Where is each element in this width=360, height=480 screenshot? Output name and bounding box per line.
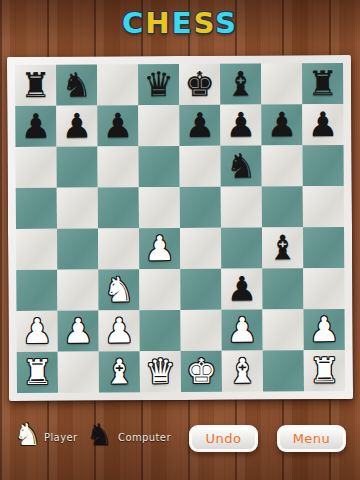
black-pawn[interactable]: ♟ [227, 271, 258, 305]
square-b4[interactable] [57, 229, 98, 270]
square-e4[interactable] [180, 228, 221, 269]
square-a6[interactable] [16, 147, 57, 188]
black-pawn[interactable]: ♟ [62, 108, 93, 142]
square-h2[interactable]: ♟ [303, 309, 344, 350]
square-g3[interactable] [262, 268, 303, 309]
square-f5[interactable] [221, 186, 262, 227]
square-f1[interactable]: ♝ [222, 350, 263, 391]
square-b5[interactable] [57, 188, 98, 229]
square-a1[interactable]: ♜ [17, 352, 58, 393]
square-e8[interactable]: ♚ [179, 64, 220, 105]
square-h7[interactable]: ♟ [302, 104, 343, 145]
square-c4[interactable] [98, 228, 139, 269]
square-g8[interactable] [261, 63, 302, 104]
square-h5[interactable] [303, 186, 344, 227]
square-h6[interactable] [302, 145, 343, 186]
black-pawn[interactable]: ♟ [267, 107, 298, 141]
white-pawn[interactable]: ♟ [227, 312, 258, 346]
square-b8[interactable]: ♞ [56, 65, 97, 106]
white-knight-icon: ♞ [14, 420, 41, 450]
square-e1[interactable]: ♚ [181, 351, 222, 392]
white-rook[interactable]: ♜ [22, 354, 53, 388]
square-c6[interactable] [98, 146, 139, 187]
square-g2[interactable] [262, 309, 303, 350]
square-h1[interactable]: ♜ [304, 350, 345, 391]
square-c5[interactable] [98, 187, 139, 228]
white-pawn[interactable]: ♟ [309, 312, 340, 346]
computer-label: Computer [118, 432, 171, 443]
title-letter: H [145, 6, 171, 40]
square-c3[interactable]: ♞ [98, 269, 139, 310]
square-g4[interactable]: ♝ [262, 227, 303, 268]
white-knight[interactable]: ♞ [104, 272, 135, 306]
square-c8[interactable] [97, 64, 138, 105]
square-f2[interactable]: ♟ [222, 309, 263, 350]
black-rook[interactable]: ♜ [20, 67, 51, 101]
square-a5[interactable] [16, 188, 57, 229]
white-pawn[interactable]: ♟ [144, 231, 175, 265]
square-d5[interactable] [139, 187, 180, 228]
black-pawn[interactable]: ♟ [308, 107, 339, 141]
app-title: CHESS [0, 6, 360, 40]
black-king[interactable]: ♚ [184, 66, 215, 100]
square-d2[interactable] [140, 310, 181, 351]
square-g6[interactable] [261, 145, 302, 186]
square-g7[interactable]: ♟ [261, 104, 302, 145]
black-queen[interactable]: ♛ [143, 67, 174, 101]
black-rook[interactable]: ♜ [307, 66, 338, 100]
player-label: Player [44, 432, 78, 443]
bottom-bar: ♞ Player ♞ Computer Undo Menu [0, 408, 360, 480]
black-knight[interactable]: ♞ [61, 67, 92, 101]
title-letter: E [172, 6, 194, 40]
square-h4[interactable] [303, 227, 344, 268]
black-pawn[interactable]: ♟ [185, 107, 216, 141]
white-king[interactable]: ♚ [186, 353, 217, 387]
square-b7[interactable]: ♟ [56, 106, 97, 147]
menu-button[interactable]: Menu [277, 425, 346, 452]
square-b1[interactable] [58, 351, 99, 392]
square-b6[interactable] [57, 147, 98, 188]
square-c7[interactable]: ♟ [97, 105, 138, 146]
square-f8[interactable]: ♝ [220, 64, 261, 105]
white-queen[interactable]: ♛ [145, 354, 176, 388]
square-a8[interactable]: ♜ [15, 65, 56, 106]
square-f6[interactable]: ♞ [220, 146, 261, 187]
black-pawn[interactable]: ♟ [103, 108, 134, 142]
square-a4[interactable] [16, 229, 57, 270]
white-bishop[interactable]: ♝ [104, 354, 135, 388]
white-pawn[interactable]: ♟ [104, 313, 135, 347]
square-d7[interactable] [138, 105, 179, 146]
white-pawn[interactable]: ♟ [63, 313, 94, 347]
square-c1[interactable]: ♝ [99, 351, 140, 392]
chess-board[interactable]: ♜♞♛♚♝♜♟♟♟♟♟♟♟♞♟♝♞♟♟♟♟♟♟♜♝♛♚♝♜ [15, 63, 345, 393]
square-e5[interactable] [180, 187, 221, 228]
black-knight[interactable]: ♞ [226, 148, 257, 182]
black-pawn[interactable]: ♟ [21, 108, 52, 142]
square-d8[interactable]: ♛ [138, 64, 179, 105]
black-bishop[interactable]: ♝ [225, 66, 256, 100]
title-letter: C [122, 6, 145, 40]
square-e7[interactable]: ♟ [179, 105, 220, 146]
title-letter: S [215, 6, 238, 40]
square-h3[interactable] [303, 268, 344, 309]
title-letter: S [193, 6, 215, 40]
square-a3[interactable] [16, 270, 57, 311]
square-a7[interactable]: ♟ [15, 106, 56, 147]
paper-sheet: ♜♞♛♚♝♜♟♟♟♟♟♟♟♞♟♝♞♟♟♟♟♟♟♜♝♛♚♝♜ [7, 55, 353, 401]
black-knight-icon: ♞ [86, 420, 113, 450]
white-bishop[interactable]: ♝ [227, 353, 258, 387]
square-f4[interactable] [221, 227, 262, 268]
square-f3[interactable]: ♟ [221, 268, 262, 309]
square-f7[interactable]: ♟ [220, 105, 261, 146]
white-rook[interactable]: ♜ [309, 353, 340, 387]
square-d3[interactable] [139, 269, 180, 310]
square-g5[interactable] [262, 186, 303, 227]
square-g1[interactable] [263, 350, 304, 391]
square-d4[interactable]: ♟ [139, 228, 180, 269]
square-a2[interactable]: ♟ [17, 311, 58, 352]
undo-button[interactable]: Undo [189, 425, 258, 452]
square-b3[interactable] [57, 270, 98, 311]
square-d1[interactable]: ♛ [140, 351, 181, 392]
white-pawn[interactable]: ♟ [22, 313, 53, 347]
square-e3[interactable] [180, 269, 221, 310]
square-e2[interactable] [181, 310, 222, 351]
black-bishop[interactable]: ♝ [267, 230, 298, 264]
square-c2[interactable]: ♟ [99, 310, 140, 351]
square-e6[interactable] [179, 146, 220, 187]
square-b2[interactable]: ♟ [58, 310, 99, 351]
black-pawn[interactable]: ♟ [226, 107, 257, 141]
square-d6[interactable] [138, 146, 179, 187]
square-h8[interactable]: ♜ [302, 63, 343, 104]
